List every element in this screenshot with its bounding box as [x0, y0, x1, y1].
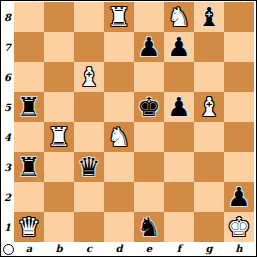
- square-e6[interactable]: [134, 62, 164, 92]
- square-c3[interactable]: ♛: [74, 152, 104, 182]
- rank-label-8: 8: [1, 2, 14, 32]
- white-knight-piece[interactable]: ♞: [167, 4, 190, 30]
- square-d3[interactable]: [104, 152, 134, 182]
- square-h8[interactable]: [224, 2, 254, 32]
- square-c7[interactable]: [74, 32, 104, 62]
- chess-board[interactable]: ♜♞♝♟♟♝♜♚♟♝♜♞♜♛♟♛♞♚: [14, 2, 254, 242]
- black-king-piece[interactable]: ♚: [137, 94, 160, 120]
- square-d6[interactable]: [104, 62, 134, 92]
- black-queen-piece[interactable]: ♛: [77, 154, 100, 180]
- square-h1[interactable]: ♚: [224, 212, 254, 242]
- white-bishop-piece[interactable]: ♝: [77, 64, 100, 90]
- square-h6[interactable]: [224, 62, 254, 92]
- square-h3[interactable]: [224, 152, 254, 182]
- square-g6[interactable]: [194, 62, 224, 92]
- rank-label-7: 7: [1, 32, 14, 62]
- file-label-d: d: [104, 242, 134, 255]
- square-e8[interactable]: [134, 2, 164, 32]
- square-a4[interactable]: [14, 122, 44, 152]
- white-queen-piece[interactable]: ♛: [17, 214, 40, 240]
- square-h7[interactable]: [224, 32, 254, 62]
- square-f5[interactable]: ♟: [164, 92, 194, 122]
- square-b3[interactable]: [44, 152, 74, 182]
- square-h4[interactable]: [224, 122, 254, 152]
- side-to-move-indicator: [3, 244, 14, 255]
- file-label-e: e: [134, 242, 164, 255]
- square-g3[interactable]: [194, 152, 224, 182]
- black-pawn-piece[interactable]: ♟: [167, 94, 190, 120]
- square-c4[interactable]: [74, 122, 104, 152]
- square-h2[interactable]: ♟: [224, 182, 254, 212]
- square-e2[interactable]: [134, 182, 164, 212]
- square-a8[interactable]: [14, 2, 44, 32]
- square-h5[interactable]: [224, 92, 254, 122]
- square-c2[interactable]: [74, 182, 104, 212]
- square-b1[interactable]: [44, 212, 74, 242]
- square-f8[interactable]: ♞: [164, 2, 194, 32]
- black-bishop-piece[interactable]: ♝: [197, 4, 220, 30]
- square-b4[interactable]: ♜: [44, 122, 74, 152]
- file-labels: abcdefgh: [14, 242, 254, 255]
- black-pawn-piece[interactable]: ♟: [227, 184, 250, 210]
- square-e7[interactable]: ♟: [134, 32, 164, 62]
- white-rook-piece[interactable]: ♜: [107, 4, 130, 30]
- square-d8[interactable]: ♜: [104, 2, 134, 32]
- square-f1[interactable]: [164, 212, 194, 242]
- black-knight-piece[interactable]: ♞: [137, 214, 160, 240]
- square-g8[interactable]: ♝: [194, 2, 224, 32]
- square-a6[interactable]: [14, 62, 44, 92]
- white-king-piece[interactable]: ♚: [227, 214, 250, 240]
- square-b8[interactable]: [44, 2, 74, 32]
- square-b6[interactable]: [44, 62, 74, 92]
- rank-label-6: 6: [1, 62, 14, 92]
- square-d5[interactable]: [104, 92, 134, 122]
- square-a1[interactable]: ♛: [14, 212, 44, 242]
- rank-label-3: 3: [1, 152, 14, 182]
- rank-label-4: 4: [1, 122, 14, 152]
- white-rook-piece[interactable]: ♜: [47, 124, 70, 150]
- file-label-a: a: [14, 242, 44, 255]
- rank-labels: 87654321: [1, 2, 14, 242]
- file-label-h: h: [224, 242, 254, 255]
- square-c8[interactable]: [74, 2, 104, 32]
- square-b5[interactable]: [44, 92, 74, 122]
- file-label-g: g: [194, 242, 224, 255]
- square-e5[interactable]: ♚: [134, 92, 164, 122]
- square-d1[interactable]: [104, 212, 134, 242]
- square-a7[interactable]: [14, 32, 44, 62]
- black-rook-piece[interactable]: ♜: [17, 94, 40, 120]
- black-pawn-piece[interactable]: ♟: [137, 34, 160, 60]
- square-d2[interactable]: [104, 182, 134, 212]
- black-pawn-piece[interactable]: ♟: [167, 34, 190, 60]
- square-f7[interactable]: ♟: [164, 32, 194, 62]
- white-bishop-piece[interactable]: ♝: [197, 94, 220, 120]
- rank-label-5: 5: [1, 92, 14, 122]
- file-label-c: c: [74, 242, 104, 255]
- rank-label-1: 1: [1, 212, 14, 242]
- square-c6[interactable]: ♝: [74, 62, 104, 92]
- square-a2[interactable]: [14, 182, 44, 212]
- white-knight-piece[interactable]: ♞: [107, 124, 130, 150]
- square-a5[interactable]: ♜: [14, 92, 44, 122]
- square-a3[interactable]: ♜: [14, 152, 44, 182]
- square-g7[interactable]: [194, 32, 224, 62]
- square-c1[interactable]: [74, 212, 104, 242]
- square-b7[interactable]: [44, 32, 74, 62]
- square-d4[interactable]: ♞: [104, 122, 134, 152]
- square-g4[interactable]: [194, 122, 224, 152]
- square-g5[interactable]: ♝: [194, 92, 224, 122]
- black-rook-piece[interactable]: ♜: [17, 154, 40, 180]
- square-g1[interactable]: [194, 212, 224, 242]
- file-label-f: f: [164, 242, 194, 255]
- square-e4[interactable]: [134, 122, 164, 152]
- square-c5[interactable]: [74, 92, 104, 122]
- square-f2[interactable]: [164, 182, 194, 212]
- square-g2[interactable]: [194, 182, 224, 212]
- square-f4[interactable]: [164, 122, 194, 152]
- square-b2[interactable]: [44, 182, 74, 212]
- square-f6[interactable]: [164, 62, 194, 92]
- file-label-b: b: [44, 242, 74, 255]
- chess-diagram: 87654321 ♜♞♝♟♟♝♜♚♟♝♜♞♜♛♟♛♞♚ abcdefgh: [0, 0, 257, 257]
- square-e1[interactable]: ♞: [134, 212, 164, 242]
- square-d7[interactable]: [104, 32, 134, 62]
- square-f3[interactable]: [164, 152, 194, 182]
- rank-label-2: 2: [1, 182, 14, 212]
- square-e3[interactable]: [134, 152, 164, 182]
